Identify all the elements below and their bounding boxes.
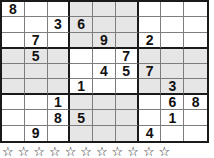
difficulty-rating: ☆☆☆☆☆☆☆☆☆☆☆ bbox=[2, 144, 170, 158]
star-icon: ☆ bbox=[65, 145, 77, 158]
cell-r3c3-empty[interactable] bbox=[48, 33, 71, 49]
cell-r2c6-empty[interactable] bbox=[116, 17, 139, 32]
cell-r7c7-empty[interactable] bbox=[139, 95, 162, 110]
cell-r2c7-empty[interactable] bbox=[139, 17, 162, 32]
cell-r9c8-empty[interactable] bbox=[161, 126, 184, 141]
star-icon: ☆ bbox=[2, 145, 14, 158]
cell-r7c1-empty[interactable] bbox=[2, 95, 25, 110]
cell-r7c2-empty[interactable] bbox=[25, 95, 48, 110]
cell-r3c6-empty[interactable] bbox=[116, 33, 139, 49]
star-icon: ☆ bbox=[143, 145, 155, 158]
cell-r9c4-empty[interactable] bbox=[70, 126, 93, 141]
cell-r6c2-empty[interactable] bbox=[25, 79, 48, 95]
cell-r6c3-empty[interactable] bbox=[48, 79, 71, 95]
star-icon: ☆ bbox=[49, 145, 61, 158]
cell-r5c9-empty[interactable] bbox=[184, 64, 207, 79]
cell-r8c8-given: 1 bbox=[161, 110, 184, 125]
cell-r5c2-empty[interactable] bbox=[25, 64, 48, 79]
cell-r8c1-empty[interactable] bbox=[2, 110, 25, 125]
cell-r8c3-given: 8 bbox=[48, 110, 71, 125]
cell-r4c2-given: 5 bbox=[25, 49, 48, 64]
cell-r7c6-empty[interactable] bbox=[116, 95, 139, 110]
cell-r7c4-empty[interactable] bbox=[70, 95, 93, 110]
cell-r4c1-empty[interactable] bbox=[2, 49, 25, 64]
cell-r2c2-empty[interactable] bbox=[25, 17, 48, 32]
cell-r1c2-empty[interactable] bbox=[25, 2, 48, 17]
cell-r4c9-empty[interactable] bbox=[184, 49, 207, 64]
cell-r4c5-empty[interactable] bbox=[93, 49, 116, 64]
cell-r5c1-empty[interactable] bbox=[2, 64, 25, 79]
cell-r9c5-empty[interactable] bbox=[93, 126, 116, 141]
cell-r1c1-given: 8 bbox=[2, 2, 25, 17]
cell-r8c9-empty[interactable] bbox=[184, 110, 207, 125]
cell-r3c2-given: 7 bbox=[25, 33, 48, 49]
cell-r8c7-empty[interactable] bbox=[139, 110, 162, 125]
cell-r5c3-empty[interactable] bbox=[48, 64, 71, 79]
sudoku-board: 836792574571316885194 bbox=[0, 0, 209, 143]
cell-r2c3-given: 3 bbox=[48, 17, 71, 32]
cell-r5c7-given: 7 bbox=[139, 64, 162, 79]
cell-r4c8-empty[interactable] bbox=[161, 49, 184, 64]
star-icon: ☆ bbox=[159, 145, 171, 158]
cell-r5c6-given: 5 bbox=[116, 64, 139, 79]
cell-r4c3-empty[interactable] bbox=[48, 49, 71, 64]
cell-r9c3-empty[interactable] bbox=[48, 126, 71, 141]
cell-r1c7-empty[interactable] bbox=[139, 2, 162, 17]
cell-r1c8-empty[interactable] bbox=[161, 2, 184, 17]
cell-r2c8-empty[interactable] bbox=[161, 17, 184, 32]
cell-r7c3-given: 1 bbox=[48, 95, 71, 110]
cell-r4c6-given: 7 bbox=[116, 49, 139, 64]
cell-r1c3-empty[interactable] bbox=[48, 2, 71, 17]
cell-r7c5-empty[interactable] bbox=[93, 95, 116, 110]
cell-r2c9-empty[interactable] bbox=[184, 17, 207, 32]
cell-r7c9-given: 8 bbox=[184, 95, 207, 110]
cell-r6c8-given: 3 bbox=[161, 79, 184, 95]
cell-r1c9-empty[interactable] bbox=[184, 2, 207, 17]
cell-r6c4-given: 1 bbox=[70, 79, 93, 95]
star-icon: ☆ bbox=[127, 145, 139, 158]
cell-r4c4-empty[interactable] bbox=[70, 49, 93, 64]
cell-r6c9-empty[interactable] bbox=[184, 79, 207, 95]
cell-r6c7-empty[interactable] bbox=[139, 79, 162, 95]
cell-r3c5-given: 9 bbox=[93, 33, 116, 49]
star-icon: ☆ bbox=[33, 145, 45, 158]
cell-r1c6-empty[interactable] bbox=[116, 2, 139, 17]
cell-r3c9-empty[interactable] bbox=[184, 33, 207, 49]
cell-r5c5-given: 4 bbox=[93, 64, 116, 79]
star-icon: ☆ bbox=[112, 145, 124, 158]
cell-r5c8-empty[interactable] bbox=[161, 64, 184, 79]
cell-r8c6-empty[interactable] bbox=[116, 110, 139, 125]
cell-r7c8-given: 6 bbox=[161, 95, 184, 110]
cell-r9c1-empty[interactable] bbox=[2, 126, 25, 141]
sudoku-page: 836792574571316885194 ☆☆☆☆☆☆☆☆☆☆☆ bbox=[0, 0, 214, 158]
star-icon: ☆ bbox=[80, 145, 92, 158]
cell-r2c4-given: 6 bbox=[70, 17, 93, 32]
cell-r2c1-empty[interactable] bbox=[2, 17, 25, 32]
cell-r9c6-empty[interactable] bbox=[116, 126, 139, 141]
cell-r9c2-given: 9 bbox=[25, 126, 48, 141]
star-icon: ☆ bbox=[96, 145, 108, 158]
cell-r8c5-empty[interactable] bbox=[93, 110, 116, 125]
cell-r3c1-empty[interactable] bbox=[2, 33, 25, 49]
cell-r9c7-given: 4 bbox=[139, 126, 162, 141]
cell-r9c9-empty[interactable] bbox=[184, 126, 207, 141]
cell-r8c4-given: 5 bbox=[70, 110, 93, 125]
star-icon: ☆ bbox=[18, 145, 30, 158]
cell-r6c5-empty[interactable] bbox=[93, 79, 116, 95]
cell-r8c2-empty[interactable] bbox=[25, 110, 48, 125]
cell-r6c6-empty[interactable] bbox=[116, 79, 139, 95]
cell-r1c4-empty[interactable] bbox=[70, 2, 93, 17]
cell-r2c5-empty[interactable] bbox=[93, 17, 116, 32]
cell-r5c4-empty[interactable] bbox=[70, 64, 93, 79]
cell-r6c1-empty[interactable] bbox=[2, 79, 25, 95]
cell-r1c5-empty[interactable] bbox=[93, 2, 116, 17]
cell-r3c4-empty[interactable] bbox=[70, 33, 93, 49]
cell-r3c8-empty[interactable] bbox=[161, 33, 184, 49]
cell-r3c7-given: 2 bbox=[139, 33, 162, 49]
cell-r4c7-empty[interactable] bbox=[139, 49, 162, 64]
